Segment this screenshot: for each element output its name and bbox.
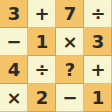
cell-r4c1[interactable]: × [0,84,28,112]
cell-r2c4[interactable]: 3 [84,28,112,56]
cell-r4c3[interactable]: − [56,84,84,112]
cell-r2c2[interactable]: 1 [28,28,56,56]
cell-glyph: 7 [64,5,77,23]
cell-r4c2[interactable]: 2 [28,84,56,112]
cell-r2c1[interactable]: − [0,28,28,56]
cell-r1c1[interactable]: 3 [0,0,28,28]
cell-r3c2[interactable]: ÷ [28,56,56,84]
cell-r3c1[interactable]: 4 [0,56,28,84]
cell-glyph: 4 [8,61,21,79]
cell-glyph: 1 [92,89,105,107]
cell-glyph: × [62,33,77,51]
cell-glyph: − [6,33,21,51]
cell-glyph: 3 [92,33,105,51]
cell-glyph: ÷ [90,5,105,23]
cell-r1c4[interactable]: ÷ [84,0,112,28]
cell-glyph: − [62,89,77,107]
cell-r1c3[interactable]: 7 [56,0,84,28]
puzzle-board: 3+7÷−1×34÷?+×2−1 [0,0,112,112]
cell-glyph: × [6,89,21,107]
cell-glyph: 1 [36,33,49,51]
cell-glyph: + [34,5,49,23]
unknown-glyph: ? [65,61,75,79]
cell-glyph: + [90,61,105,79]
cell-glyph: 3 [8,5,21,23]
cell-r3c4[interactable]: + [84,56,112,84]
cell-r3c3[interactable]: ? [56,56,84,84]
cell-r4c4[interactable]: 1 [84,84,112,112]
cell-r1c2[interactable]: + [28,0,56,28]
cell-glyph: ÷ [34,61,49,79]
cell-glyph: 2 [36,89,49,107]
cell-r2c3[interactable]: × [56,28,84,56]
